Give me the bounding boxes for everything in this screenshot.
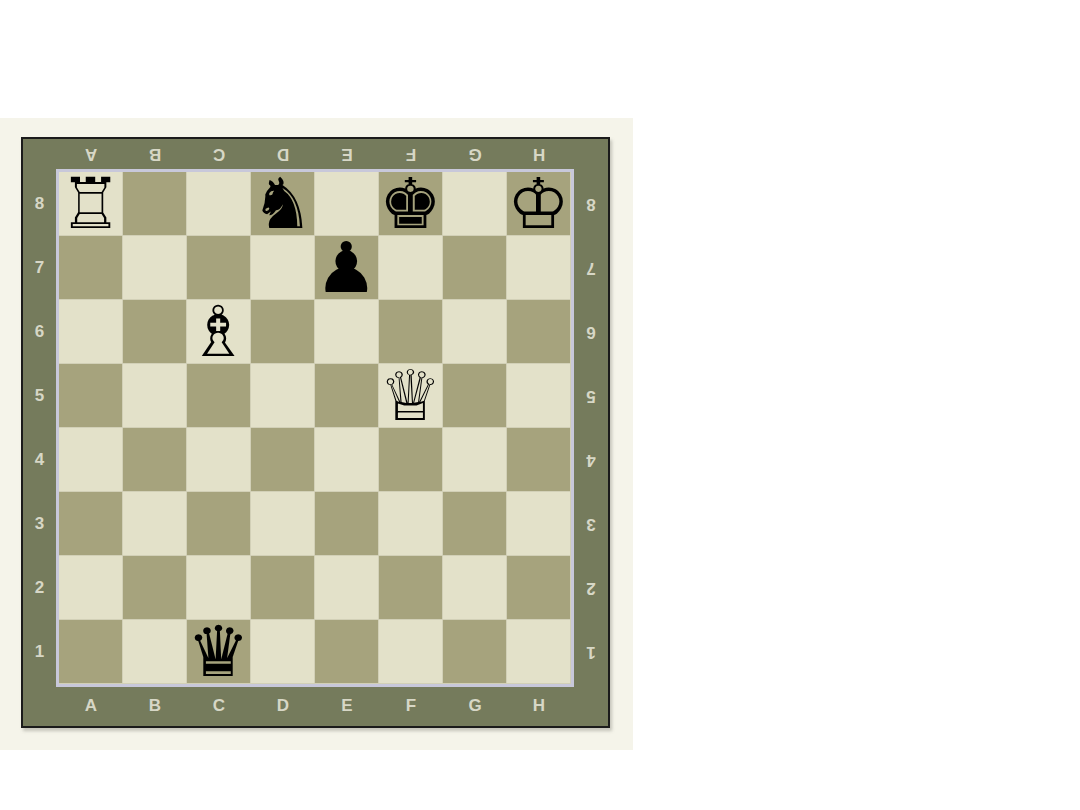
- white-king[interactable]: ♔: [507, 172, 570, 236]
- file-label-top-e: E: [315, 139, 379, 169]
- rank-label-right-4: 4: [574, 428, 608, 492]
- square-d1[interactable]: [251, 620, 315, 684]
- square-h2[interactable]: [507, 556, 571, 620]
- file-label-bottom-c: C: [187, 687, 251, 724]
- square-a5[interactable]: [59, 364, 123, 428]
- file-label-bottom-h: H: [507, 687, 571, 724]
- rank-label-left-8: 8: [23, 172, 56, 236]
- square-e5[interactable]: [315, 364, 379, 428]
- square-f3[interactable]: [379, 492, 443, 556]
- square-b1[interactable]: [123, 620, 187, 684]
- rank-label-right-5: 5: [574, 364, 608, 428]
- rank-label-right-6: 6: [574, 300, 608, 364]
- rank-label-left-1: 1: [23, 620, 56, 684]
- file-label-bottom-a: A: [59, 687, 123, 724]
- square-a2[interactable]: [59, 556, 123, 620]
- rank-label-right-7: 7: [574, 236, 608, 300]
- square-d6[interactable]: [251, 300, 315, 364]
- square-c8[interactable]: [187, 172, 251, 236]
- square-b2[interactable]: [123, 556, 187, 620]
- board-grid: ♖♞♚♔♟♗♕♛: [59, 172, 571, 684]
- square-e7[interactable]: ♟: [315, 236, 379, 300]
- square-f5[interactable]: ♕: [379, 364, 443, 428]
- white-queen[interactable]: ♕: [379, 364, 442, 428]
- square-c6[interactable]: ♗: [187, 300, 251, 364]
- square-a8[interactable]: ♖: [59, 172, 123, 236]
- square-d4[interactable]: [251, 428, 315, 492]
- file-label-bottom-b: B: [123, 687, 187, 724]
- square-g3[interactable]: [443, 492, 507, 556]
- square-h6[interactable]: [507, 300, 571, 364]
- square-b5[interactable]: [123, 364, 187, 428]
- square-a3[interactable]: [59, 492, 123, 556]
- square-c5[interactable]: [187, 364, 251, 428]
- black-pawn[interactable]: ♟: [315, 236, 378, 300]
- chess-board: ABCDEFGH 87654321 87654321 ABCDEFGH ♖♞♚♔…: [21, 137, 610, 728]
- square-g1[interactable]: [443, 620, 507, 684]
- square-g5[interactable]: [443, 364, 507, 428]
- square-d7[interactable]: [251, 236, 315, 300]
- square-g6[interactable]: [443, 300, 507, 364]
- square-a7[interactable]: [59, 236, 123, 300]
- square-d8[interactable]: ♞: [251, 172, 315, 236]
- square-h7[interactable]: [507, 236, 571, 300]
- square-g8[interactable]: [443, 172, 507, 236]
- rank-label-left-7: 7: [23, 236, 56, 300]
- rank-label-left-6: 6: [23, 300, 56, 364]
- square-b6[interactable]: [123, 300, 187, 364]
- rank-label-right-1: 1: [574, 620, 608, 684]
- white-rook[interactable]: ♖: [59, 172, 122, 236]
- file-labels-bottom: ABCDEFGH: [59, 687, 571, 724]
- square-e6[interactable]: [315, 300, 379, 364]
- square-b8[interactable]: [123, 172, 187, 236]
- square-f8[interactable]: ♚: [379, 172, 443, 236]
- square-f1[interactable]: [379, 620, 443, 684]
- square-g7[interactable]: [443, 236, 507, 300]
- rank-label-left-2: 2: [23, 556, 56, 620]
- rank-labels-left: 87654321: [23, 172, 56, 684]
- rank-labels-right: 87654321: [574, 172, 608, 684]
- file-label-top-g: G: [443, 139, 507, 169]
- file-label-bottom-d: D: [251, 687, 315, 724]
- file-label-top-b: B: [123, 139, 187, 169]
- rank-label-left-5: 5: [23, 364, 56, 428]
- file-label-bottom-e: E: [315, 687, 379, 724]
- square-f7[interactable]: [379, 236, 443, 300]
- square-g4[interactable]: [443, 428, 507, 492]
- black-knight[interactable]: ♞: [251, 172, 314, 236]
- square-a4[interactable]: [59, 428, 123, 492]
- white-bishop[interactable]: ♗: [187, 300, 250, 364]
- black-king[interactable]: ♚: [379, 172, 442, 236]
- file-label-bottom-f: F: [379, 687, 443, 724]
- file-labels-top: ABCDEFGH: [59, 139, 571, 169]
- square-f4[interactable]: [379, 428, 443, 492]
- rank-label-right-8: 8: [574, 172, 608, 236]
- square-f2[interactable]: [379, 556, 443, 620]
- square-h8[interactable]: ♔: [507, 172, 571, 236]
- square-b4[interactable]: [123, 428, 187, 492]
- square-b7[interactable]: [123, 236, 187, 300]
- square-h5[interactable]: [507, 364, 571, 428]
- square-e2[interactable]: [315, 556, 379, 620]
- square-e3[interactable]: [315, 492, 379, 556]
- file-label-bottom-g: G: [443, 687, 507, 724]
- square-c1[interactable]: ♛: [187, 620, 251, 684]
- square-e1[interactable]: [315, 620, 379, 684]
- rank-label-left-3: 3: [23, 492, 56, 556]
- board-inner-border: ♖♞♚♔♟♗♕♛: [56, 169, 574, 687]
- square-h4[interactable]: [507, 428, 571, 492]
- square-d3[interactable]: [251, 492, 315, 556]
- square-g2[interactable]: [443, 556, 507, 620]
- black-queen[interactable]: ♛: [187, 620, 250, 684]
- content-panel: ABCDEFGH 87654321 87654321 ABCDEFGH ♖♞♚♔…: [0, 118, 633, 750]
- square-d2[interactable]: [251, 556, 315, 620]
- square-c3[interactable]: [187, 492, 251, 556]
- square-h3[interactable]: [507, 492, 571, 556]
- rank-label-right-2: 2: [574, 556, 608, 620]
- square-d5[interactable]: [251, 364, 315, 428]
- square-c4[interactable]: [187, 428, 251, 492]
- rank-label-right-3: 3: [574, 492, 608, 556]
- square-a6[interactable]: [59, 300, 123, 364]
- square-e4[interactable]: [315, 428, 379, 492]
- rank-label-left-4: 4: [23, 428, 56, 492]
- square-b3[interactable]: [123, 492, 187, 556]
- square-h1[interactable]: [507, 620, 571, 684]
- square-a1[interactable]: [59, 620, 123, 684]
- file-label-top-c: C: [187, 139, 251, 169]
